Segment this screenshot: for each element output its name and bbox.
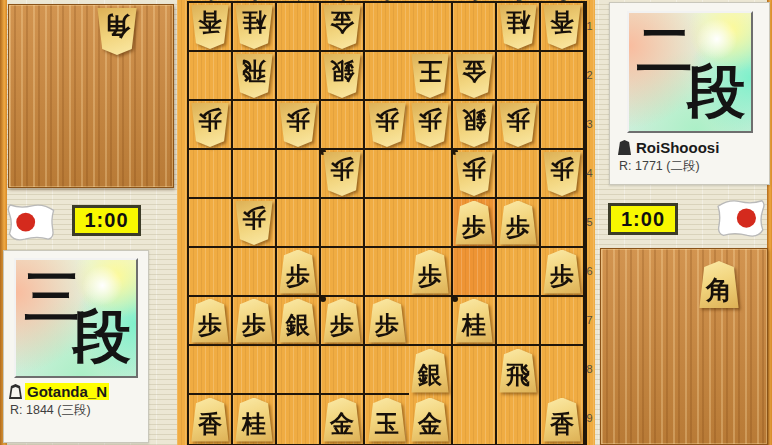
square-5e[interactable] [365,199,409,248]
rank-label-5: 5 [584,197,595,246]
top-player-rank-badge: 二 段 [627,11,753,133]
square-4e[interactable] [409,199,453,248]
bottom-player-rank-badge: 三 段 [14,258,138,378]
square-2g[interactable] [497,297,541,346]
rank-kanji-2: 段 [73,298,131,376]
square-1g[interactable] [541,297,585,346]
square-9e[interactable] [189,199,233,248]
square-7b[interactable] [277,52,321,101]
square-5a[interactable] [365,3,409,52]
square-9g[interactable]: 歩 [189,297,233,346]
square-8i[interactable]: 桂 [233,395,277,444]
piece-sente-rook[interactable]: 飛 [499,349,537,393]
piece-sente-pawn[interactable]: 歩 [455,201,493,245]
square-9h[interactable] [189,346,233,395]
square-9b[interactable] [189,52,233,101]
hand-piece-bottom-bishop[interactable]: 角 [699,261,739,308]
square-1b[interactable] [541,52,585,101]
square-5c[interactable]: 歩 [365,101,409,150]
piece-sente-pawn[interactable]: 歩 [323,299,361,343]
square-2b[interactable] [497,52,541,101]
square-4c[interactable]: 歩 [409,101,453,150]
square-2f[interactable] [497,248,541,297]
piece-sente-pawn[interactable]: 歩 [191,299,229,343]
square-1d[interactable]: 歩 [541,150,585,199]
square-3g[interactable]: 桂 [453,297,497,346]
square-6h[interactable] [321,346,365,395]
square-7h[interactable] [277,346,321,395]
bishop-kanji: 角 [97,8,137,55]
square-8c[interactable] [233,101,277,150]
rank-kanji-2: 段 [688,53,746,131]
square-4f[interactable]: 歩 [409,248,453,297]
square-2d[interactable] [497,150,541,199]
piece-gote-rook[interactable]: 飛 [235,54,273,98]
square-5h[interactable] [365,346,409,395]
piece-sente-lance[interactable]: 香 [191,398,229,442]
square-3d[interactable]: 歩 [453,150,497,199]
piece-gote-pawn[interactable]: 歩 [235,201,273,245]
square-8g[interactable]: 歩 [233,297,277,346]
square-7a[interactable] [277,3,321,52]
piece-sente-lance[interactable]: 香 [543,398,581,442]
square-9f[interactable] [189,248,233,297]
japan-flag-icon [5,202,59,244]
white-shogi-piece-symbol-icon [9,384,22,399]
piece-sente-pawn[interactable]: 歩 [543,250,581,294]
square-3i[interactable] [453,395,497,444]
piece-sente-pawn[interactable]: 歩 [279,250,317,294]
square-8b[interactable]: 飛 [233,52,277,101]
piece-sente-pawn[interactable]: 歩 [411,250,449,294]
square-8a[interactable]: 桂 [233,3,277,52]
piece-gote-silver[interactable]: 銀 [455,103,493,147]
square-6e[interactable] [321,199,365,248]
bottom-player-name-row[interactable]: Gotanda_N [4,383,148,400]
square-4a[interactable] [409,3,453,52]
top-player-panel: 二 段 RoiShooosi R: 1771 (二段) [609,2,770,185]
piece-gote-gold[interactable]: 金 [455,54,493,98]
bottom-player-clock: 1:00 [72,205,141,236]
piece-sente-gold[interactable]: 金 [323,398,361,442]
square-7e[interactable] [277,199,321,248]
square-5g[interactable]: 歩 [365,297,409,346]
square-7d[interactable] [277,150,321,199]
square-3c[interactable]: 銀 [453,101,497,150]
top-player-rating: R: 1771 (二段) [610,156,769,175]
square-6c[interactable] [321,101,365,150]
square-3f[interactable] [453,248,497,297]
square-9c[interactable]: 歩 [189,101,233,150]
square-7g[interactable]: 銀 [277,297,321,346]
square-1i[interactable]: 香 [541,395,585,444]
piece-gote-knight[interactable]: 桂 [499,5,537,49]
square-7f[interactable]: 歩 [277,248,321,297]
square-6f[interactable] [321,248,365,297]
top-player-clock: 1:00 [608,203,678,235]
square-8h[interactable] [233,346,277,395]
piece-gote-pawn[interactable]: 歩 [411,103,449,147]
square-9i[interactable]: 香 [189,395,233,444]
piece-gote-pawn[interactable]: 歩 [368,103,406,147]
rank-kanji-1: 二 [637,13,693,89]
square-1c[interactable] [541,101,585,150]
shogi-board: 987654321 香桂金桂香飛銀王金歩歩歩歩銀歩歩歩歩歩歩歩歩歩歩歩歩銀歩歩桂… [177,0,595,445]
square-5f[interactable] [365,248,409,297]
square-1e[interactable] [541,199,585,248]
rank-label-7: 7 [584,295,595,344]
square-3h[interactable] [453,346,497,395]
square-6g[interactable]: 歩 [321,297,365,346]
rank-label-6: 6 [584,246,595,295]
rank-kanji-1: 三 [24,260,80,336]
bottom-player-name: Gotanda_N [25,383,109,400]
piece-sente-knight[interactable]: 桂 [235,398,273,442]
piece-gote-gold[interactable]: 金 [323,5,361,49]
square-2i[interactable] [497,395,541,444]
rank-label-3: 3 [584,99,595,148]
square-1h[interactable] [541,346,585,395]
square-6i[interactable]: 金 [321,395,365,444]
square-4i[interactable]: 金 [409,395,453,444]
piece-gote-pawn[interactable]: 歩 [191,103,229,147]
rank-label-4: 4 [584,148,595,197]
bottom-player-panel: 三 段 Gotanda_N R: 1844 (三段) [3,250,149,443]
square-4d[interactable] [409,150,453,199]
piece-gote-king[interactable]: 王 [411,54,449,98]
square-6a[interactable]: 金 [321,3,365,52]
rank-label-1: 1 [584,1,595,50]
bishop-kanji: 角 [699,261,739,308]
bottom-player-komadai[interactable]: 角 [600,248,768,445]
square-2c[interactable]: 歩 [497,101,541,150]
square-1a[interactable]: 香 [541,3,585,52]
top-player-name: RoiShooosi [634,139,721,156]
square-4b[interactable]: 王 [409,52,453,101]
piece-gote-pawn[interactable]: 歩 [323,152,361,196]
square-2h[interactable]: 飛 [497,346,541,395]
piece-gote-knight[interactable]: 桂 [235,5,273,49]
square-5d[interactable] [365,150,409,199]
square-2a[interactable]: 桂 [497,3,541,52]
square-6d[interactable]: 歩 [321,150,365,199]
clock-time: 1:00 [84,209,128,232]
square-8d[interactable] [233,150,277,199]
square-3e[interactable]: 歩 [453,199,497,248]
japan-flag-icon [712,198,768,240]
piece-gote-pawn[interactable]: 歩 [455,152,493,196]
rank-labels: 123456789 [584,1,595,442]
hand-piece-top-bishop[interactable]: 角 [97,8,137,55]
square-4g[interactable] [409,297,453,346]
piece-sente-pawn[interactable]: 歩 [368,299,406,343]
square-5b[interactable] [365,52,409,101]
top-player-name-row[interactable]: RoiShooosi [610,139,769,156]
bottom-player-rating: R: 1844 (三段) [4,400,148,419]
piece-gote-lance[interactable]: 香 [543,5,581,49]
square-3a[interactable] [453,3,497,52]
piece-gote-pawn[interactable]: 歩 [543,152,581,196]
piece-sente-silver[interactable]: 銀 [279,299,317,343]
piece-gote-silver[interactable]: 銀 [323,54,361,98]
square-4h[interactable]: 銀 [409,346,453,395]
piece-gote-pawn[interactable]: 歩 [499,103,537,147]
piece-sente-king[interactable]: 玉 [368,398,406,442]
square-2e[interactable]: 歩 [497,199,541,248]
rank-label-9: 9 [584,393,595,442]
rank-label-8: 8 [584,344,595,393]
rank-label-2: 2 [584,50,595,99]
square-7c[interactable]: 歩 [277,101,321,150]
square-7i[interactable] [277,395,321,444]
piece-sente-gold[interactable]: 金 [411,398,449,442]
piece-gote-pawn[interactable]: 歩 [279,103,317,147]
clock-time: 1:00 [621,208,665,231]
square-3b[interactable]: 金 [453,52,497,101]
piece-gote-lance[interactable]: 香 [191,5,229,49]
piece-sente-knight[interactable]: 桂 [455,299,493,343]
square-8f[interactable] [233,248,277,297]
piece-sente-pawn[interactable]: 歩 [235,299,273,343]
shogi-client-window: 角 1:00 三 段 Gotanda_N R: 1844 (三段) 987654… [0,0,772,445]
square-5i[interactable]: 玉 [365,395,409,444]
board-grid: 香桂金桂香飛銀王金歩歩歩歩銀歩歩歩歩歩歩歩歩歩歩歩歩銀歩歩桂銀飛香桂金玉金香 [187,1,587,445]
top-player-komadai[interactable]: 角 [8,4,174,188]
square-9a[interactable]: 香 [189,3,233,52]
square-9d[interactable] [189,150,233,199]
black-shogi-piece-symbol-icon [618,140,631,155]
square-8e[interactable]: 歩 [233,199,277,248]
square-6b[interactable]: 銀 [321,52,365,101]
piece-sente-silver[interactable]: 銀 [411,349,449,393]
piece-sente-pawn[interactable]: 歩 [499,201,537,245]
square-1f[interactable]: 歩 [541,248,585,297]
